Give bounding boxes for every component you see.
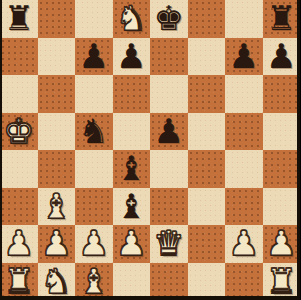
square-h2[interactable]: ♟ xyxy=(263,225,301,263)
white-pawn-a2[interactable]: ♟ xyxy=(4,225,34,262)
square-d7[interactable]: ♟ xyxy=(113,38,151,76)
white-pawn-g2[interactable]: ♟ xyxy=(229,225,259,262)
square-e7[interactable] xyxy=(150,38,188,76)
white-rook-a1[interactable]: ♜ xyxy=(4,263,34,300)
black-bishop-d4[interactable]: ♝ xyxy=(116,150,146,187)
square-c2[interactable]: ♟ xyxy=(75,225,113,263)
square-c5[interactable]: ♞ xyxy=(75,113,113,151)
white-king-a5[interactable]: ♚ xyxy=(4,113,34,150)
square-c7[interactable]: ♟ xyxy=(75,38,113,76)
square-g5[interactable] xyxy=(225,113,263,151)
black-pawn-g7[interactable]: ♟ xyxy=(229,38,259,75)
square-c1[interactable]: ♝ xyxy=(75,263,113,300)
square-d8[interactable]: ♞ xyxy=(113,0,151,38)
square-e3[interactable] xyxy=(150,188,188,226)
black-pawn-c7[interactable]: ♟ xyxy=(79,38,109,75)
square-e1[interactable] xyxy=(150,263,188,300)
square-h6[interactable] xyxy=(263,75,301,113)
square-b1[interactable]: ♞ xyxy=(38,263,76,300)
square-f1[interactable] xyxy=(188,263,226,300)
square-a7[interactable] xyxy=(0,38,38,76)
black-rook-h8[interactable]: ♜ xyxy=(266,0,296,37)
chess-board: ♜♞♚♜♟♟♟♟♚♞♟♝♝♝♟♟♟♟♛♟♟♜♞♝♜ xyxy=(0,0,300,300)
square-a1[interactable]: ♜ xyxy=(0,263,38,300)
square-f6[interactable] xyxy=(188,75,226,113)
white-pawn-b2[interactable]: ♟ xyxy=(41,225,71,262)
square-e4[interactable] xyxy=(150,150,188,188)
square-c4[interactable] xyxy=(75,150,113,188)
white-knight-d8[interactable]: ♞ xyxy=(116,0,146,37)
square-d3[interactable]: ♝ xyxy=(113,188,151,226)
square-b6[interactable] xyxy=(38,75,76,113)
chess-board-wrap: ♜♞♚♜♟♟♟♟♚♞♟♝♝♝♟♟♟♟♛♟♟♜♞♝♜ xyxy=(0,0,300,300)
square-h3[interactable] xyxy=(263,188,301,226)
square-h5[interactable] xyxy=(263,113,301,151)
square-f2[interactable] xyxy=(188,225,226,263)
square-a8[interactable]: ♜ xyxy=(0,0,38,38)
square-d5[interactable] xyxy=(113,113,151,151)
square-d1[interactable] xyxy=(113,263,151,300)
square-b4[interactable] xyxy=(38,150,76,188)
black-bishop-d3[interactable]: ♝ xyxy=(116,188,146,225)
square-h7[interactable]: ♟ xyxy=(263,38,301,76)
square-g6[interactable] xyxy=(225,75,263,113)
square-g4[interactable] xyxy=(225,150,263,188)
white-knight-b1[interactable]: ♞ xyxy=(41,263,71,300)
square-d2[interactable]: ♟ xyxy=(113,225,151,263)
black-pawn-h7[interactable]: ♟ xyxy=(266,38,296,75)
square-a5[interactable]: ♚ xyxy=(0,113,38,151)
square-a2[interactable]: ♟ xyxy=(0,225,38,263)
square-e6[interactable] xyxy=(150,75,188,113)
square-d4[interactable]: ♝ xyxy=(113,150,151,188)
square-f4[interactable] xyxy=(188,150,226,188)
square-b8[interactable] xyxy=(38,0,76,38)
black-pawn-e5[interactable]: ♟ xyxy=(154,113,184,150)
square-e8[interactable]: ♚ xyxy=(150,0,188,38)
square-h4[interactable] xyxy=(263,150,301,188)
white-rook-h1[interactable]: ♜ xyxy=(266,263,296,300)
square-g7[interactable]: ♟ xyxy=(225,38,263,76)
square-f7[interactable] xyxy=(188,38,226,76)
square-g2[interactable]: ♟ xyxy=(225,225,263,263)
square-g1[interactable] xyxy=(225,263,263,300)
white-bishop-b3[interactable]: ♝ xyxy=(41,188,71,225)
black-rook-a8[interactable]: ♜ xyxy=(4,0,34,37)
square-f3[interactable] xyxy=(188,188,226,226)
square-b2[interactable]: ♟ xyxy=(38,225,76,263)
black-king-e8[interactable]: ♚ xyxy=(154,0,184,37)
white-bishop-c1[interactable]: ♝ xyxy=(79,263,109,300)
square-b3[interactable]: ♝ xyxy=(38,188,76,226)
square-e5[interactable]: ♟ xyxy=(150,113,188,151)
square-c3[interactable] xyxy=(75,188,113,226)
square-g8[interactable] xyxy=(225,0,263,38)
white-pawn-d2[interactable]: ♟ xyxy=(116,225,146,262)
black-knight-c5[interactable]: ♞ xyxy=(79,113,109,150)
white-pawn-c2[interactable]: ♟ xyxy=(79,225,109,262)
square-b5[interactable] xyxy=(38,113,76,151)
square-d6[interactable] xyxy=(113,75,151,113)
square-c8[interactable] xyxy=(75,0,113,38)
square-e2[interactable]: ♛ xyxy=(150,225,188,263)
white-queen-e2[interactable]: ♛ xyxy=(154,225,184,262)
white-pawn-h2[interactable]: ♟ xyxy=(266,225,296,262)
black-pawn-d7[interactable]: ♟ xyxy=(116,38,146,75)
square-b7[interactable] xyxy=(38,38,76,76)
square-h1[interactable]: ♜ xyxy=(263,263,301,300)
square-f5[interactable] xyxy=(188,113,226,151)
square-h8[interactable]: ♜ xyxy=(263,0,301,38)
square-c6[interactable] xyxy=(75,75,113,113)
square-f8[interactable] xyxy=(188,0,226,38)
square-a4[interactable] xyxy=(0,150,38,188)
square-a3[interactable] xyxy=(0,188,38,226)
square-a6[interactable] xyxy=(0,75,38,113)
square-g3[interactable] xyxy=(225,188,263,226)
